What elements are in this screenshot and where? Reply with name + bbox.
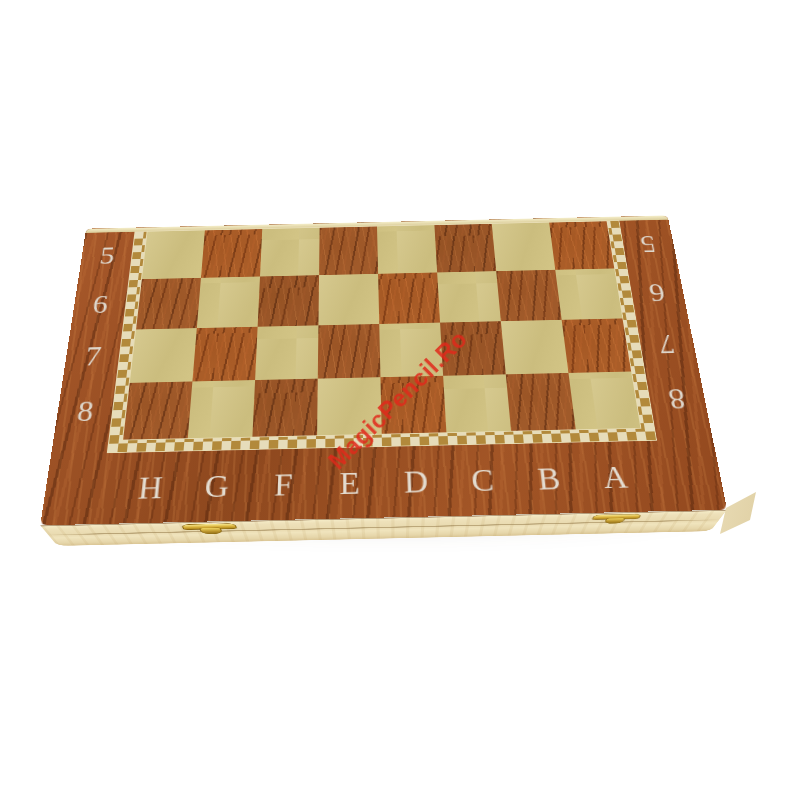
square-E7 — [318, 324, 381, 379]
clasp-right — [590, 513, 641, 524]
square-B5 — [492, 223, 555, 272]
square-B7 — [501, 320, 569, 375]
file-label-D: D — [382, 445, 451, 518]
file-labels: H G F E D C B A — [113, 440, 654, 523]
square-G5 — [201, 229, 262, 278]
rank-label-6-right: 6 — [627, 267, 689, 318]
product-photo: 5 6 7 8 5 6 7 8 H G F E D C B A — [0, 0, 800, 800]
clasp-hook-icon — [199, 527, 223, 534]
rank-label-5-left: 5 — [78, 232, 135, 281]
square-E5 — [319, 226, 378, 275]
clasp-left — [181, 523, 237, 536]
square-A6 — [555, 268, 622, 319]
square-H7 — [130, 328, 197, 383]
square-F5 — [260, 228, 320, 277]
file-label-B: B — [512, 442, 586, 515]
file-label-C: C — [447, 443, 519, 516]
square-D5 — [377, 225, 437, 274]
clasp-hook-icon — [604, 518, 626, 524]
square-C5 — [434, 224, 496, 273]
square-F6 — [258, 275, 319, 327]
chess-board: 5 6 7 8 5 6 7 8 H G F E D C B A — [40, 215, 727, 525]
square-H6 — [136, 278, 201, 330]
square-G7 — [192, 327, 257, 382]
rank-label-8-left: 8 — [53, 383, 116, 441]
square-C6 — [437, 271, 501, 322]
square-B6 — [496, 270, 561, 321]
file-label-A: A — [577, 440, 654, 513]
square-F8 — [252, 379, 317, 437]
rank-label-8-right: 8 — [644, 370, 710, 428]
square-G6 — [197, 276, 260, 328]
file-label-F: F — [248, 448, 316, 521]
square-A5 — [549, 221, 614, 270]
square-H8 — [123, 381, 192, 439]
square-E6 — [318, 274, 379, 326]
square-A8 — [568, 372, 640, 430]
square-D6 — [378, 272, 440, 323]
rank-label-6-left: 6 — [70, 279, 129, 331]
square-A7 — [562, 318, 631, 372]
square-F7 — [255, 325, 318, 380]
square-B8 — [506, 373, 576, 431]
file-label-G: G — [181, 449, 252, 522]
rank-label-7-left: 7 — [62, 330, 123, 385]
rank-label-7-right: 7 — [635, 317, 699, 371]
rank-label-5-right: 5 — [619, 220, 678, 268]
square-C8 — [443, 374, 511, 432]
square-G8 — [188, 380, 255, 438]
square-H5 — [142, 230, 205, 279]
file-label-H: H — [113, 451, 186, 524]
